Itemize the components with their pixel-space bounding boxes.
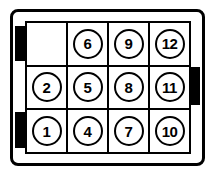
pin-cell-9: 9 bbox=[109, 23, 148, 65]
pin-cell-12: 12 bbox=[150, 23, 189, 65]
pin-cell-11: 11 bbox=[150, 67, 189, 109]
pin-cell-7: 7 bbox=[109, 110, 148, 152]
connector-pinout-diagram: 6 9 12 2 5 8 11 1 4 7 10 bbox=[0, 0, 218, 176]
pin-cell-2: 2 bbox=[27, 67, 66, 109]
pin-empty-slot bbox=[32, 29, 62, 59]
pin-11: 11 bbox=[155, 72, 185, 102]
pin-cell-10: 10 bbox=[150, 110, 189, 152]
pin-cell-empty bbox=[27, 23, 66, 65]
pin-cell-4: 4 bbox=[68, 110, 107, 152]
pin-1: 1 bbox=[32, 116, 62, 146]
pin-cell-8: 8 bbox=[109, 67, 148, 109]
pin-2: 2 bbox=[32, 72, 62, 102]
pin-8: 8 bbox=[114, 72, 144, 102]
pin-9: 9 bbox=[114, 29, 144, 59]
pin-cell-6: 6 bbox=[68, 23, 107, 65]
pin-10: 10 bbox=[155, 116, 185, 146]
pin-5: 5 bbox=[73, 72, 103, 102]
pin-12: 12 bbox=[155, 29, 185, 59]
pin-grid: 6 9 12 2 5 8 11 1 4 7 10 bbox=[25, 21, 191, 154]
pin-7: 7 bbox=[114, 116, 144, 146]
pin-cell-1: 1 bbox=[27, 110, 66, 152]
pin-6: 6 bbox=[73, 29, 103, 59]
pin-cell-5: 5 bbox=[68, 67, 107, 109]
pin-4: 4 bbox=[73, 116, 103, 146]
